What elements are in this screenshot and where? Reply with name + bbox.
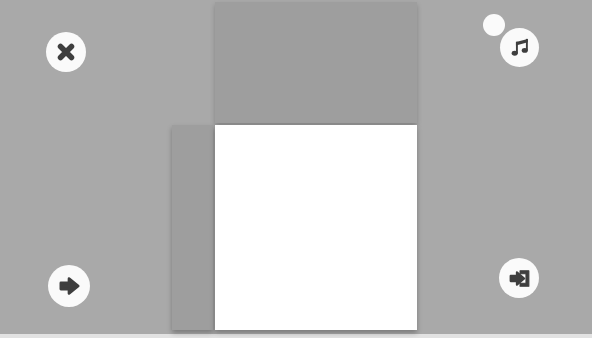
top-clues-grid <box>215 2 417 123</box>
sign-in-icon <box>507 266 532 291</box>
close-icon <box>55 41 77 63</box>
close-button[interactable] <box>46 32 86 72</box>
arrow-right-icon <box>56 273 82 299</box>
left-clues-grid <box>172 125 213 330</box>
next-button[interactable] <box>48 265 90 307</box>
exit-button[interactable] <box>499 258 539 298</box>
music-button[interactable] <box>500 28 539 67</box>
music-count-badge <box>483 14 505 36</box>
game-stage <box>0 0 592 338</box>
puzzle-grid <box>215 125 417 330</box>
music-note-icon <box>508 36 531 59</box>
floor-line <box>0 334 592 338</box>
